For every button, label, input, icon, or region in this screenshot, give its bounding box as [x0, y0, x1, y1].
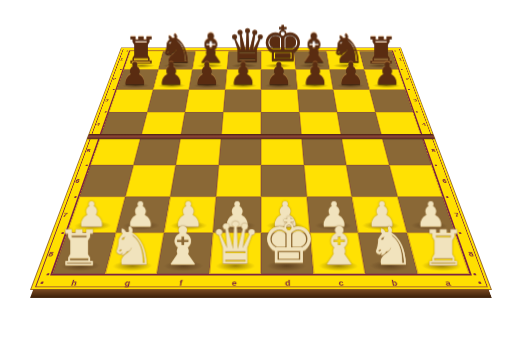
piece-bP-a2[interactable]: ♟: [369, 58, 405, 89]
piece-bP-g2[interactable]: ♟: [153, 58, 189, 89]
file-label-f: f: [154, 279, 208, 287]
border-dot: [407, 89, 409, 90]
piece-bP-c2[interactable]: ♟: [297, 58, 333, 89]
square-g5[interactable]: [133, 137, 181, 165]
board-front-edge: [30, 289, 492, 298]
square-d8[interactable]: ♚: [261, 233, 313, 274]
border-dot: [85, 164, 88, 166]
square-h2[interactable]: ♟: [117, 69, 158, 89]
square-f6[interactable]: [170, 165, 218, 197]
piece-bP-f2[interactable]: ♟: [189, 58, 225, 89]
square-c3[interactable]: [297, 90, 337, 112]
square-h6[interactable]: [79, 165, 133, 197]
square-b3[interactable]: [333, 90, 375, 112]
square-f3[interactable]: [185, 90, 225, 112]
square-b8[interactable]: ♞: [358, 233, 417, 274]
square-e6[interactable]: [216, 165, 261, 197]
square-c2[interactable]: ♟: [295, 69, 333, 89]
piece-wK-d8[interactable]: ♚: [261, 210, 313, 272]
piece-bP-h2[interactable]: ♟: [117, 58, 153, 89]
square-c5[interactable]: [301, 137, 346, 165]
file-label-g: g: [100, 279, 155, 287]
piece-wN-g8[interactable]: ♞: [105, 220, 157, 272]
file-labels: hgfedcba: [46, 277, 477, 288]
chessboard: ♜♞♝♛♚♝♞♜♟♟♟♟♟♟♟♟♟♟♟♟♟♟♟♟♜♞♝♛♚♝♞♜ hgfedcb…: [30, 48, 492, 290]
square-e8[interactable]: ♛: [209, 233, 261, 274]
square-c6[interactable]: [304, 165, 352, 197]
border-dot: [473, 273, 477, 275]
square-d3[interactable]: [261, 90, 299, 112]
square-f2[interactable]: ♟: [189, 69, 227, 89]
file-label-d: d: [261, 279, 315, 287]
border-dot-bottom-left: [40, 281, 44, 284]
border-dot: [434, 164, 437, 166]
border-dot: [46, 273, 50, 275]
square-d5[interactable]: [261, 137, 304, 165]
square-f8[interactable]: ♝: [157, 233, 213, 274]
square-g3[interactable]: [147, 90, 189, 112]
square-c8[interactable]: ♝: [310, 233, 366, 274]
piece-wB-f8[interactable]: ♝: [157, 220, 209, 272]
file-label-b: b: [367, 279, 422, 287]
square-h5[interactable]: [90, 137, 140, 165]
square-h3[interactable]: [109, 90, 153, 112]
border-dot: [104, 111, 107, 112]
square-b2[interactable]: ♟: [330, 69, 370, 89]
piece-wQ-e8[interactable]: ♛: [209, 215, 261, 272]
file-label-h: h: [46, 279, 102, 287]
file-label-e: e: [207, 279, 261, 287]
square-e3[interactable]: [223, 90, 261, 112]
square-g2[interactable]: ♟: [153, 69, 193, 89]
piece-wN-b8[interactable]: ♞: [365, 220, 417, 272]
piece-wR-a8[interactable]: ♜: [417, 224, 469, 273]
file-label-a: a: [420, 279, 476, 287]
border-dot-bottom-right: [478, 281, 482, 284]
piece-bP-d2[interactable]: ♟: [261, 58, 297, 89]
square-e5[interactable]: [218, 137, 261, 165]
square-g6[interactable]: [125, 165, 176, 197]
piece-wB-c8[interactable]: ♝: [313, 220, 365, 272]
board-frame: ♜♞♝♛♚♝♞♜♟♟♟♟♟♟♟♟♟♟♟♟♟♟♟♟♜♞♝♛♚♝♞♜ hgfedcb…: [30, 48, 492, 290]
square-d2[interactable]: ♟: [261, 69, 297, 89]
border-dot: [415, 111, 418, 112]
square-a3[interactable]: [369, 90, 413, 112]
file-label-c: c: [314, 279, 368, 287]
square-g8[interactable]: ♞: [105, 233, 164, 274]
square-f5[interactable]: [176, 137, 221, 165]
square-a2[interactable]: ♟: [364, 69, 405, 89]
border-dot: [112, 89, 114, 90]
square-d6[interactable]: [261, 165, 306, 197]
piece-bP-b2[interactable]: ♟: [333, 58, 369, 89]
photo-background: ♜♞♝♛♚♝♞♜♟♟♟♟♟♟♟♟♟♟♟♟♟♟♟♟♜♞♝♛♚♝♞♜ hgfedcb…: [0, 0, 528, 350]
piece-wR-h8[interactable]: ♜: [53, 224, 105, 273]
fold-hinge: [87, 134, 435, 139]
square-e2[interactable]: ♟: [225, 69, 261, 89]
piece-bP-e2[interactable]: ♟: [225, 58, 261, 89]
